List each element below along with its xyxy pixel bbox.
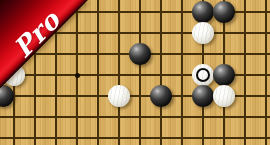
grid-line-vertical (118, 0, 120, 145)
stone-black: ● (213, 1, 235, 23)
stone-white: ○ (3, 64, 25, 86)
grid-line-horizontal (0, 32, 270, 34)
grid-line-vertical (34, 0, 36, 145)
grid-line-horizontal (0, 137, 270, 139)
stone-black: ● (0, 85, 14, 107)
grid-line-vertical (139, 0, 141, 145)
stone-white: ○ (192, 64, 214, 86)
grid-line-vertical (181, 0, 183, 145)
stone-white: ○ (192, 22, 214, 44)
stone-black: ● (129, 43, 151, 65)
go-board[interactable]: ●●○●○○●●○●●○ (0, 0, 270, 145)
stone-white: ○ (108, 85, 130, 107)
stone-black: ● (213, 64, 235, 86)
grid-line-vertical (55, 0, 57, 145)
last-move-marker (196, 68, 210, 82)
stone-white: ○ (213, 85, 235, 107)
stone-black: ● (150, 85, 172, 107)
grid-line-vertical (160, 0, 162, 145)
stone-black: ● (192, 85, 214, 107)
go-app-screenshot: ●●○●○○●●○●●○ Pro (0, 0, 270, 145)
stone-black: ● (192, 1, 214, 23)
star-point (75, 73, 80, 78)
grid-line-vertical (97, 0, 99, 145)
grid-line-vertical (244, 0, 246, 145)
grid-line-horizontal (0, 116, 270, 118)
grid-line-vertical (265, 0, 267, 145)
